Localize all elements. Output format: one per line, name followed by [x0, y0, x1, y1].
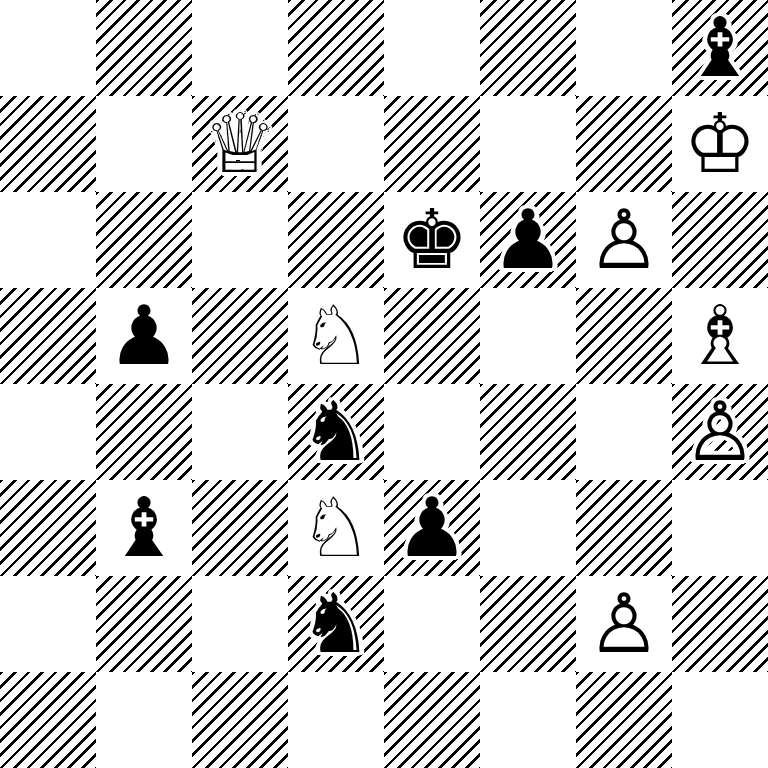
square-c3[interactable]: [192, 480, 288, 576]
square-a6[interactable]: [0, 192, 96, 288]
square-g7[interactable]: [576, 96, 672, 192]
piece-black-knight[interactable]: ♞: [299, 576, 373, 672]
square-a7[interactable]: [0, 96, 96, 192]
square-e6[interactable]: ♚: [384, 192, 480, 288]
square-e2[interactable]: [384, 576, 480, 672]
square-g4[interactable]: [576, 384, 672, 480]
piece-black-pawn[interactable]: ♟: [107, 288, 181, 384]
piece-white-knight[interactable]: ♘: [299, 480, 373, 576]
square-e4[interactable]: [384, 384, 480, 480]
piece-black-bishop[interactable]: ♝: [683, 0, 757, 96]
piece-white-knight[interactable]: ♘: [299, 288, 373, 384]
square-f5[interactable]: [480, 288, 576, 384]
piece-black-bishop[interactable]: ♝: [107, 480, 181, 576]
square-e1[interactable]: [384, 672, 480, 768]
square-a3[interactable]: [0, 480, 96, 576]
square-h6[interactable]: [672, 192, 768, 288]
square-g8[interactable]: [576, 0, 672, 96]
piece-black-knight[interactable]: ♞: [299, 384, 373, 480]
piece-black-king[interactable]: ♚: [395, 192, 469, 288]
chess-board: ♝♕♔♚♟♙♟♘♗♞♙♝♘♟♞♙: [0, 0, 768, 768]
square-c6[interactable]: [192, 192, 288, 288]
square-b8[interactable]: [96, 0, 192, 96]
square-d8[interactable]: [288, 0, 384, 96]
piece-white-bishop[interactable]: ♗: [683, 288, 757, 384]
square-h2[interactable]: [672, 576, 768, 672]
square-h4[interactable]: ♙: [672, 384, 768, 480]
piece-black-pawn[interactable]: ♟: [491, 192, 565, 288]
square-g2[interactable]: ♙: [576, 576, 672, 672]
square-e3[interactable]: ♟: [384, 480, 480, 576]
square-h1[interactable]: [672, 672, 768, 768]
square-a5[interactable]: [0, 288, 96, 384]
square-c7[interactable]: ♕: [192, 96, 288, 192]
square-c8[interactable]: [192, 0, 288, 96]
piece-white-pawn[interactable]: ♙: [683, 384, 757, 480]
piece-black-pawn[interactable]: ♟: [395, 480, 469, 576]
square-d4[interactable]: ♞: [288, 384, 384, 480]
square-c1[interactable]: [192, 672, 288, 768]
piece-white-pawn[interactable]: ♙: [587, 192, 661, 288]
square-c5[interactable]: [192, 288, 288, 384]
square-h5[interactable]: ♗: [672, 288, 768, 384]
square-d5[interactable]: ♘: [288, 288, 384, 384]
square-b3[interactable]: ♝: [96, 480, 192, 576]
square-g1[interactable]: [576, 672, 672, 768]
square-d3[interactable]: ♘: [288, 480, 384, 576]
square-a2[interactable]: [0, 576, 96, 672]
square-b2[interactable]: [96, 576, 192, 672]
piece-white-queen[interactable]: ♕: [203, 96, 277, 192]
square-h7[interactable]: ♔: [672, 96, 768, 192]
square-d7[interactable]: [288, 96, 384, 192]
square-f6[interactable]: ♟: [480, 192, 576, 288]
square-b7[interactable]: [96, 96, 192, 192]
square-f8[interactable]: [480, 0, 576, 96]
square-f4[interactable]: [480, 384, 576, 480]
square-h3[interactable]: [672, 480, 768, 576]
square-d6[interactable]: [288, 192, 384, 288]
square-f1[interactable]: [480, 672, 576, 768]
square-c4[interactable]: [192, 384, 288, 480]
square-f7[interactable]: [480, 96, 576, 192]
square-a1[interactable]: [0, 672, 96, 768]
square-e8[interactable]: [384, 0, 480, 96]
square-e5[interactable]: [384, 288, 480, 384]
square-a4[interactable]: [0, 384, 96, 480]
square-d1[interactable]: [288, 672, 384, 768]
square-h8[interactable]: ♝: [672, 0, 768, 96]
square-g5[interactable]: [576, 288, 672, 384]
square-f3[interactable]: [480, 480, 576, 576]
square-e7[interactable]: [384, 96, 480, 192]
square-d2[interactable]: ♞: [288, 576, 384, 672]
square-b5[interactable]: ♟: [96, 288, 192, 384]
square-f2[interactable]: [480, 576, 576, 672]
square-b4[interactable]: [96, 384, 192, 480]
square-g6[interactable]: ♙: [576, 192, 672, 288]
piece-white-pawn[interactable]: ♙: [587, 576, 661, 672]
square-a8[interactable]: [0, 0, 96, 96]
square-c2[interactable]: [192, 576, 288, 672]
square-g3[interactable]: [576, 480, 672, 576]
square-b1[interactable]: [96, 672, 192, 768]
square-b6[interactable]: [96, 192, 192, 288]
piece-white-king[interactable]: ♔: [683, 96, 757, 192]
